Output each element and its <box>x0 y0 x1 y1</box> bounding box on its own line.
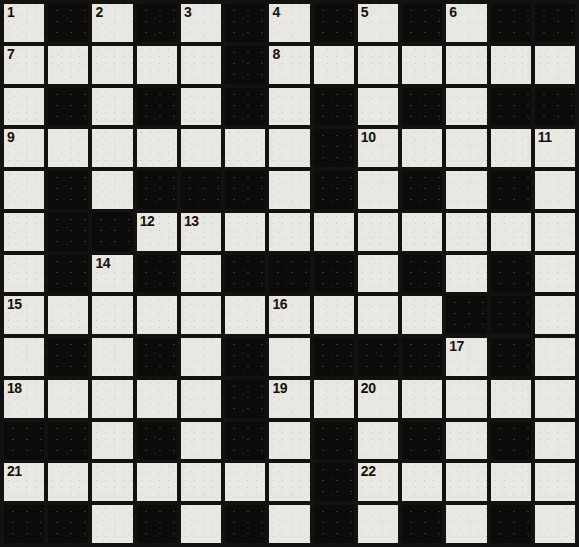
clue-number-20: 20 <box>361 380 376 397</box>
cell-r11c4[interactable] <box>181 463 221 501</box>
cell-r12c2[interactable] <box>92 505 132 543</box>
cell-r0c8[interactable]: 5 <box>358 4 398 42</box>
cell-r3c9[interactable] <box>402 129 442 167</box>
cell-r6c9 <box>402 255 442 293</box>
clue-number-16: 16 <box>272 296 287 313</box>
cell-r7c2[interactable] <box>92 296 132 334</box>
cell-r0c6[interactable]: 4 <box>269 4 309 42</box>
cell-r10c6[interactable] <box>269 422 309 460</box>
cell-r10c2[interactable] <box>92 422 132 460</box>
cell-r10c7 <box>314 422 354 460</box>
cell-r6c11 <box>491 255 531 293</box>
clue-number-18: 18 <box>7 380 22 397</box>
clue-number-7: 7 <box>7 46 14 63</box>
cell-r6c5 <box>225 255 265 293</box>
cell-r7c11 <box>491 296 531 334</box>
cell-r0c2[interactable]: 2 <box>92 4 132 42</box>
cell-r12c12[interactable] <box>535 505 575 543</box>
cell-r8c12[interactable] <box>535 338 575 376</box>
cell-r6c8[interactable] <box>358 255 398 293</box>
cell-r8c7 <box>314 338 354 376</box>
cell-r2c9 <box>402 88 442 126</box>
cell-r12c8[interactable] <box>358 505 398 543</box>
cell-r8c6[interactable] <box>269 338 309 376</box>
clue-number-6: 6 <box>449 4 456 21</box>
cell-r5c12[interactable] <box>535 213 575 251</box>
cell-r7c5[interactable] <box>225 296 265 334</box>
cell-r0c7 <box>314 4 354 42</box>
cell-r4c11 <box>491 171 531 209</box>
cell-r8c9 <box>402 338 442 376</box>
cell-r3c10[interactable] <box>446 129 486 167</box>
cell-r9c6[interactable]: 19 <box>269 380 309 418</box>
cell-r2c3 <box>137 88 177 126</box>
cell-r3c6[interactable] <box>269 129 309 167</box>
cell-r7c9[interactable] <box>402 296 442 334</box>
clue-number-3: 3 <box>184 4 191 21</box>
cell-r4c1 <box>48 171 88 209</box>
cell-r1c10[interactable] <box>446 46 486 84</box>
cell-r3c3[interactable] <box>137 129 177 167</box>
clue-number-1: 1 <box>7 4 14 21</box>
cell-r9c0[interactable]: 18 <box>4 380 44 418</box>
cell-r6c0[interactable] <box>4 255 44 293</box>
cell-r10c9 <box>402 422 442 460</box>
cell-r2c8[interactable] <box>358 88 398 126</box>
cell-r12c10[interactable] <box>446 505 486 543</box>
cell-r10c4[interactable] <box>181 422 221 460</box>
cell-r4c10[interactable] <box>446 171 486 209</box>
clue-number-2: 2 <box>95 4 102 21</box>
clue-number-19: 19 <box>272 380 287 397</box>
cell-r3c2[interactable] <box>92 129 132 167</box>
cell-r3c8[interactable]: 10 <box>358 129 398 167</box>
cell-r10c1 <box>48 422 88 460</box>
cell-r9c2[interactable] <box>92 380 132 418</box>
cell-r11c0[interactable]: 21 <box>4 463 44 501</box>
cell-r5c3[interactable]: 12 <box>137 213 177 251</box>
cell-r2c11 <box>491 88 531 126</box>
clue-number-10: 10 <box>361 129 376 146</box>
cell-r3c4[interactable] <box>181 129 221 167</box>
cell-r4c4 <box>181 171 221 209</box>
cell-r7c7[interactable] <box>314 296 354 334</box>
cell-r11c1[interactable] <box>48 463 88 501</box>
cell-r3c5[interactable] <box>225 129 265 167</box>
cell-r6c4[interactable] <box>181 255 221 293</box>
cell-r1c5 <box>225 46 265 84</box>
clue-number-17: 17 <box>449 338 464 355</box>
cell-r9c7[interactable] <box>314 380 354 418</box>
cell-r0c9 <box>402 4 442 42</box>
cell-r2c2[interactable] <box>92 88 132 126</box>
cell-r8c2[interactable] <box>92 338 132 376</box>
cell-r12c0 <box>4 505 44 543</box>
cell-r9c10[interactable] <box>446 380 486 418</box>
cell-r6c12[interactable] <box>535 255 575 293</box>
cell-r11c12[interactable] <box>535 463 575 501</box>
cell-r2c1 <box>48 88 88 126</box>
cell-r11c2[interactable] <box>92 463 132 501</box>
cell-r6c1 <box>48 255 88 293</box>
clue-number-13: 13 <box>184 213 199 230</box>
cell-r6c3 <box>137 255 177 293</box>
cell-r1c12[interactable] <box>535 46 575 84</box>
cell-r7c1[interactable] <box>48 296 88 334</box>
cell-r4c7 <box>314 171 354 209</box>
clue-number-4: 4 <box>272 4 279 21</box>
cell-r4c3 <box>137 171 177 209</box>
cell-r6c10[interactable] <box>446 255 486 293</box>
cell-r0c10[interactable]: 6 <box>446 4 486 42</box>
clue-number-14: 14 <box>95 255 110 272</box>
cell-r0c11 <box>491 4 531 42</box>
cell-r5c7[interactable] <box>314 213 354 251</box>
cell-r12c7 <box>314 505 354 543</box>
cell-r1c2[interactable] <box>92 46 132 84</box>
cell-r4c0[interactable] <box>4 171 44 209</box>
cell-r12c6[interactable] <box>269 505 309 543</box>
cell-r10c3 <box>137 422 177 460</box>
cell-r9c8[interactable]: 20 <box>358 380 398 418</box>
cell-r3c1[interactable] <box>48 129 88 167</box>
cell-r7c0[interactable]: 15 <box>4 296 44 334</box>
clue-number-9: 9 <box>7 129 14 146</box>
clue-number-12: 12 <box>140 213 155 230</box>
cell-r11c11[interactable] <box>491 463 531 501</box>
cell-r6c2[interactable]: 14 <box>92 255 132 293</box>
cell-r3c0[interactable]: 9 <box>4 129 44 167</box>
cell-r9c3[interactable] <box>137 380 177 418</box>
cell-r2c12 <box>535 88 575 126</box>
cell-r5c5[interactable] <box>225 213 265 251</box>
cell-r12c11 <box>491 505 531 543</box>
cell-r0c4[interactable]: 3 <box>181 4 221 42</box>
cell-r11c9[interactable] <box>402 463 442 501</box>
cell-r9c9[interactable] <box>402 380 442 418</box>
cell-r8c8 <box>358 338 398 376</box>
cell-r3c7 <box>314 129 354 167</box>
cell-r12c3 <box>137 505 177 543</box>
clue-number-11: 11 <box>538 129 552 146</box>
cell-r0c1 <box>48 4 88 42</box>
cell-r0c0[interactable]: 1 <box>4 4 44 42</box>
cell-r11c6[interactable] <box>269 463 309 501</box>
clue-number-15: 15 <box>7 296 22 313</box>
cell-r1c1[interactable] <box>48 46 88 84</box>
cell-r10c5 <box>225 422 265 460</box>
cell-r7c4[interactable] <box>181 296 221 334</box>
cell-r11c10[interactable] <box>446 463 486 501</box>
cell-r8c1 <box>48 338 88 376</box>
cell-r2c4[interactable] <box>181 88 221 126</box>
cell-r11c8[interactable]: 22 <box>358 463 398 501</box>
cell-r5c1 <box>48 213 88 251</box>
cell-r10c12[interactable] <box>535 422 575 460</box>
cell-r10c8[interactable] <box>358 422 398 460</box>
cell-r3c12[interactable]: 11 <box>535 129 575 167</box>
cell-r8c3 <box>137 338 177 376</box>
cell-r9c1[interactable] <box>48 380 88 418</box>
cell-r7c10 <box>446 296 486 334</box>
crossword-board: 12345678910111213141516171819202122 <box>0 0 579 547</box>
cell-r4c9 <box>402 171 442 209</box>
cell-r10c10[interactable] <box>446 422 486 460</box>
cell-r5c6[interactable] <box>269 213 309 251</box>
cell-r5c10[interactable] <box>446 213 486 251</box>
cell-r4c6[interactable] <box>269 171 309 209</box>
cell-r4c5 <box>225 171 265 209</box>
cell-r1c4[interactable] <box>181 46 221 84</box>
cell-r9c4[interactable] <box>181 380 221 418</box>
cell-r12c1 <box>48 505 88 543</box>
cell-r9c5 <box>225 380 265 418</box>
clue-number-8: 8 <box>272 46 279 63</box>
cell-r12c9 <box>402 505 442 543</box>
cell-r8c10[interactable]: 17 <box>446 338 486 376</box>
cell-r2c6[interactable] <box>269 88 309 126</box>
clue-number-5: 5 <box>361 4 368 21</box>
cell-r12c5 <box>225 505 265 543</box>
cell-r2c7 <box>314 88 354 126</box>
cell-r0c12 <box>535 4 575 42</box>
clue-number-22: 22 <box>361 463 376 480</box>
cell-r11c5[interactable] <box>225 463 265 501</box>
cell-r5c9[interactable] <box>402 213 442 251</box>
cell-r10c0 <box>4 422 44 460</box>
cell-r4c2[interactable] <box>92 171 132 209</box>
cell-r11c7 <box>314 463 354 501</box>
cell-r0c3 <box>137 4 177 42</box>
cell-r5c11[interactable] <box>491 213 531 251</box>
cell-r1c0[interactable]: 7 <box>4 46 44 84</box>
cell-r6c7 <box>314 255 354 293</box>
cell-r10c11 <box>491 422 531 460</box>
cell-r1c9[interactable] <box>402 46 442 84</box>
cell-r2c5 <box>225 88 265 126</box>
cell-r4c8[interactable] <box>358 171 398 209</box>
cell-r1c3[interactable] <box>137 46 177 84</box>
cell-r2c0[interactable] <box>4 88 44 126</box>
cell-r7c12[interactable] <box>535 296 575 334</box>
cell-r0c5 <box>225 4 265 42</box>
clue-number-21: 21 <box>7 463 22 480</box>
cell-r9c12[interactable] <box>535 380 575 418</box>
cell-r1c11[interactable] <box>491 46 531 84</box>
cell-r1c7[interactable] <box>314 46 354 84</box>
cell-r5c2 <box>92 213 132 251</box>
cell-r1c6[interactable]: 8 <box>269 46 309 84</box>
cell-r9c11[interactable] <box>491 380 531 418</box>
cell-r6c6 <box>269 255 309 293</box>
cell-r5c8[interactable] <box>358 213 398 251</box>
cell-r2c10[interactable] <box>446 88 486 126</box>
cell-r8c0[interactable] <box>4 338 44 376</box>
cell-r8c5 <box>225 338 265 376</box>
cell-r1c8[interactable] <box>358 46 398 84</box>
cell-r4c12[interactable] <box>535 171 575 209</box>
cell-r8c4[interactable] <box>181 338 221 376</box>
cell-r7c8[interactable] <box>358 296 398 334</box>
cell-r7c3[interactable] <box>137 296 177 334</box>
cell-r7c6[interactable]: 16 <box>269 296 309 334</box>
cell-r8c11 <box>491 338 531 376</box>
cell-r5c0[interactable] <box>4 213 44 251</box>
cell-r11c3[interactable] <box>137 463 177 501</box>
cell-r5c4[interactable]: 13 <box>181 213 221 251</box>
cell-r12c4[interactable] <box>181 505 221 543</box>
cell-r3c11[interactable] <box>491 129 531 167</box>
